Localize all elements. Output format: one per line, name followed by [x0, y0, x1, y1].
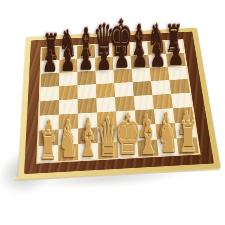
square-h4: [171, 93, 192, 108]
square-b2: [58, 128, 78, 145]
square-d4: [96, 97, 115, 112]
square-a4: [40, 100, 59, 116]
square-e8: [112, 43, 130, 57]
square-d2: [97, 126, 117, 143]
board-tilt-wrapper: [16, 0, 214, 219]
square-b7: [59, 59, 77, 73]
square-d7: [95, 57, 113, 71]
square-b8: [59, 46, 77, 60]
square-h5: [169, 79, 189, 94]
square-d3: [97, 111, 117, 127]
chess-board-grid: [38, 40, 199, 162]
square-f1: [137, 140, 158, 157]
square-b6: [59, 72, 77, 86]
square-h1: [177, 137, 199, 154]
square-g6: [150, 67, 170, 81]
square-b3: [59, 114, 78, 130]
square-e5: [114, 82, 133, 97]
square-c5: [77, 84, 96, 99]
square-e4: [115, 96, 135, 111]
square-c7: [77, 58, 95, 72]
square-a5: [40, 86, 59, 101]
square-g4: [152, 94, 172, 109]
square-h3: [173, 107, 194, 123]
square-g1: [157, 138, 179, 155]
square-c6: [77, 71, 96, 85]
square-e1: [118, 141, 139, 158]
square-c2: [78, 127, 98, 144]
square-c4: [78, 98, 97, 113]
square-f4: [134, 95, 154, 110]
square-c3: [78, 112, 98, 128]
square-h6: [168, 66, 188, 80]
square-g5: [151, 80, 171, 95]
square-c8: [77, 45, 95, 59]
square-d6: [95, 70, 114, 84]
square-a2: [39, 130, 59, 147]
square-e6: [113, 69, 132, 83]
square-e2: [117, 125, 138, 142]
square-f6: [132, 68, 151, 82]
square-b5: [59, 85, 78, 100]
square-f2: [136, 124, 157, 141]
square-d1: [98, 142, 119, 159]
square-g8: [147, 41, 166, 54]
square-f3: [135, 109, 156, 125]
chess-set-photo: ♜♞♝♛♚♝♞♜♟♟♟♟♟♟♟♟♟♟♟♟♟♟♟♟♜♞♝♛♚♝♞♜: [0, 0, 225, 225]
square-b1: [58, 144, 78, 161]
square-d8: [95, 44, 113, 58]
square-f7: [131, 55, 150, 69]
square-d5: [96, 83, 115, 98]
square-g7: [148, 54, 167, 68]
square-h2: [175, 122, 197, 138]
square-a6: [41, 73, 60, 88]
square-b4: [59, 99, 78, 114]
square-f8: [130, 42, 149, 56]
square-c1: [78, 143, 98, 160]
square-a7: [41, 60, 59, 74]
square-a3: [39, 115, 59, 131]
board-perspective-wrapper: [18, 28, 221, 180]
square-f5: [133, 81, 153, 96]
square-h7: [166, 53, 186, 67]
square-e3: [116, 110, 136, 126]
square-a1: [38, 145, 58, 162]
square-a8: [42, 47, 60, 61]
square-e7: [113, 56, 132, 70]
square-h8: [164, 40, 183, 53]
square-g2: [155, 123, 176, 139]
square-g3: [154, 108, 175, 124]
